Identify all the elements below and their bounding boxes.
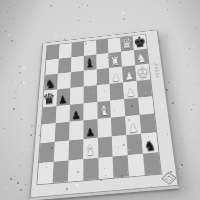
maker-logo-icon [161,172,177,185]
piece-white-pawn-g6[interactable]: ♟ [122,70,136,81]
square-f6[interactable]: ♟ [109,66,123,83]
square-c3[interactable] [69,121,83,141]
piece-black-knight-a6[interactable]: ♞ [43,77,57,90]
piece-black-pawn-b5[interactable]: ♟ [56,94,70,106]
square-b1[interactable] [53,161,69,183]
square-b4[interactable] [55,104,69,123]
chessboard-grid[interactable]: ♛♚♝♜♞♞♟♟♚♛♟♟♟♝♟♟♝♞ [36,34,161,185]
square-e3[interactable] [97,118,112,138]
piece-black-queen-a5[interactable]: ♛ [42,91,56,107]
piece-white-bishop-d2[interactable]: ♝ [82,143,98,158]
piece-white-king-h6[interactable]: ♚ [135,65,150,81]
square-d4[interactable] [83,102,97,121]
piece-white-rook-f7[interactable]: ♜ [108,55,122,68]
square-b7[interactable] [58,57,71,73]
square-e6[interactable] [96,68,110,85]
square-f1[interactable] [113,155,129,178]
square-c8[interactable] [71,42,84,58]
board-frame: ♛♚♝♜♞♞♟♟♚♛♟♟♟♝♟♟♝♞ CHESS [30,30,179,199]
piece-black-knight-h2[interactable]: ♞ [142,138,158,153]
piece-black-bishop-d7[interactable]: ♝ [83,57,97,70]
square-f4[interactable] [111,99,126,118]
square-c5[interactable] [70,86,84,104]
square-a2[interactable] [39,142,55,163]
chessboard-photo: ♛♚♝♜♞♞♟♟♚♛♟♟♟♝♟♟♝♞ CHESS [0,0,200,200]
square-h2[interactable]: ♞ [141,132,158,153]
square-b5[interactable]: ♟ [56,88,70,106]
square-f7[interactable]: ♜ [109,52,123,68]
piece-white-queen-g8[interactable]: ♛ [120,36,134,51]
square-c7[interactable] [71,56,84,72]
square-a3[interactable] [40,123,55,143]
square-a6[interactable]: ♞ [44,74,58,91]
square-f5[interactable] [110,82,124,100]
square-e5[interactable] [97,84,111,102]
square-f3[interactable] [111,117,126,137]
square-c2[interactable] [68,139,83,160]
square-c4[interactable]: ♟ [69,103,83,122]
square-f2[interactable] [112,135,128,156]
piece-white-bishop-e4[interactable]: ♝ [96,104,111,119]
piece-black-pawn-d3[interactable]: ♟ [82,126,97,138]
square-e2[interactable] [98,137,113,158]
square-d8[interactable] [84,40,97,56]
square-d1[interactable] [83,158,98,180]
square-a1[interactable] [37,162,53,184]
square-d3[interactable]: ♟ [83,119,97,139]
piece-white-pawn-f6[interactable]: ♟ [109,72,123,83]
piece-white-pawn-g3[interactable]: ♟ [126,122,142,134]
square-g4[interactable] [124,97,139,116]
board-edge-brand-text: CHESS [154,64,161,79]
square-c1[interactable] [68,159,83,181]
square-b3[interactable] [55,122,70,142]
square-d2[interactable]: ♝ [83,138,98,159]
square-h5[interactable] [137,79,152,97]
square-b6[interactable] [57,72,70,89]
piece-black-king-h8[interactable]: ♚ [133,35,147,50]
square-a7[interactable] [45,59,58,75]
square-h3[interactable] [140,114,156,134]
square-e4[interactable]: ♝ [97,100,111,119]
square-b2[interactable] [54,141,69,162]
square-a4[interactable] [42,106,57,125]
square-d7[interactable]: ♝ [83,54,96,70]
square-g5[interactable]: ♟ [123,81,138,99]
square-h8[interactable]: ♚ [133,35,147,51]
piece-white-pawn-g5[interactable]: ♟ [123,86,138,98]
square-d5[interactable] [83,85,97,103]
square-c6[interactable] [70,71,83,88]
square-h1[interactable] [143,152,161,175]
square-h4[interactable] [138,96,154,115]
piece-black-pawn-c4[interactable]: ♟ [69,110,84,122]
square-e8[interactable] [96,39,109,55]
square-h6[interactable]: ♚ [135,64,150,81]
square-d6[interactable] [83,69,96,86]
board-perspective-wrapper: ♛♚♝♜♞♞♟♟♚♛♟♟♟♝♟♟♝♞ CHESS [30,30,179,199]
square-e1[interactable] [98,157,114,180]
